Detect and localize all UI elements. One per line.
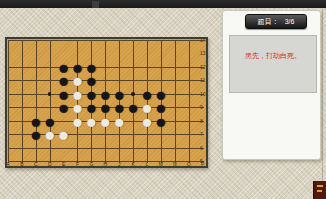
board-point[interactable] [5, 101, 15, 115]
board-point[interactable] [168, 141, 182, 155]
board-point[interactable] [29, 37, 43, 47]
board-point[interactable] [154, 47, 168, 61]
board-point[interactable]: ● [29, 128, 43, 142]
board-point[interactable] [29, 74, 43, 88]
board-point[interactable] [15, 101, 29, 115]
board-point[interactable]: ● [57, 128, 71, 142]
board-point[interactable]: ● [43, 128, 57, 142]
row-label: 11 [200, 78, 207, 83]
board-point[interactable] [98, 128, 112, 142]
board-point[interactable] [182, 87, 196, 101]
board-point[interactable] [182, 128, 196, 142]
top-bar-tab-divider [92, 1, 99, 8]
row-label: 12 [200, 65, 207, 70]
board-point[interactable] [84, 141, 98, 155]
column-label: A [5, 162, 13, 166]
board-point[interactable] [168, 114, 182, 128]
row-label: 10 [200, 92, 207, 97]
row-label: 5 [200, 159, 207, 164]
board-point[interactable]: ● [126, 101, 140, 115]
board-point[interactable] [98, 47, 112, 61]
board-point[interactable] [43, 74, 57, 88]
board-point[interactable] [140, 141, 154, 155]
column-label: O [184, 162, 193, 166]
board-point[interactable] [5, 128, 15, 142]
board-point[interactable]: ● [57, 101, 71, 115]
board-point[interactable] [140, 60, 154, 74]
board-point[interactable] [126, 141, 140, 155]
corner-widget-cropped [313, 181, 326, 199]
board-point[interactable] [126, 60, 140, 74]
board-point[interactable] [43, 87, 57, 101]
row-label: 6 [200, 146, 207, 151]
board-point[interactable]: ● [98, 114, 112, 128]
board-point[interactable] [98, 60, 112, 74]
board-point[interactable] [5, 74, 15, 88]
board-point[interactable] [182, 141, 196, 155]
board-point[interactable] [182, 37, 196, 47]
window-top-bar [0, 0, 326, 8]
board-point[interactable] [15, 74, 29, 88]
column-label: K [129, 162, 138, 166]
board-point[interactable]: ● [84, 114, 98, 128]
board-point[interactable] [57, 141, 71, 155]
column-label: J [115, 162, 124, 166]
board-point[interactable]: ● [154, 114, 168, 128]
board-point[interactable] [140, 128, 154, 142]
board-point[interactable] [126, 74, 140, 88]
board-point[interactable] [98, 37, 112, 47]
corner-widget-mark [317, 185, 323, 187]
board-point[interactable] [154, 37, 168, 47]
board-point[interactable] [112, 128, 126, 142]
board-point[interactable] [5, 37, 15, 47]
board-point[interactable] [29, 47, 43, 61]
puzzle-title-pill: 題目： 3/6 [245, 14, 307, 29]
row-label: 7 [200, 132, 207, 137]
board-point[interactable] [15, 37, 29, 47]
board-point[interactable] [112, 47, 126, 61]
column-label: F [73, 162, 82, 166]
board-point[interactable]: ● [71, 114, 85, 128]
board-point[interactable] [168, 37, 182, 47]
board-point[interactable] [71, 141, 85, 155]
board-point[interactable] [15, 87, 29, 101]
puzzle-progress-counter: 3/6 [285, 18, 295, 25]
board-point[interactable] [43, 60, 57, 74]
column-label: C [31, 162, 40, 166]
puzzle-title-label: 題目： [258, 17, 279, 27]
row-label: 14 [200, 38, 207, 43]
board-point[interactable] [112, 141, 126, 155]
board-point[interactable] [43, 141, 57, 155]
column-label: G [87, 162, 96, 166]
board-point[interactable]: ● [140, 114, 154, 128]
column-label: E [59, 162, 68, 166]
row-label: 9 [200, 105, 207, 110]
board-point[interactable] [5, 87, 15, 101]
row-label: 8 [200, 119, 207, 124]
board-point[interactable] [182, 114, 196, 128]
board-point[interactable] [5, 47, 15, 61]
board-point[interactable] [126, 128, 140, 142]
corner-widget-mark [317, 190, 322, 192]
row-label: 13 [200, 51, 207, 56]
board-point[interactable] [112, 37, 126, 47]
board-point[interactable] [182, 101, 196, 115]
puzzle-panel: 題目： 3/6 黑先，打劫白死。 [222, 10, 321, 160]
board-point[interactable] [29, 141, 43, 155]
board-point[interactable] [182, 60, 196, 74]
instruction-box: 黑先，打劫白死。 [229, 35, 317, 93]
board-point[interactable] [126, 47, 140, 61]
board-point[interactable] [43, 47, 57, 61]
board-point[interactable] [84, 128, 98, 142]
instruction-text: 黑先，打劫白死。 [230, 51, 316, 60]
board-point[interactable] [154, 141, 168, 155]
board-point[interactable] [43, 37, 57, 47]
board-point[interactable] [5, 60, 15, 74]
board-point[interactable] [5, 114, 15, 128]
board-point[interactable] [57, 37, 71, 47]
board-point[interactable] [5, 141, 15, 155]
board-point[interactable] [71, 128, 85, 142]
column-label: L [143, 162, 152, 166]
board-point[interactable] [15, 47, 29, 61]
board-point[interactable] [168, 60, 182, 74]
board-point[interactable]: ● [112, 114, 126, 128]
board-point[interactable] [154, 60, 168, 74]
go-board-inner: ●●●●●●●●●●●●●●●●●●●●●●●●●●●●●●●● ABCDEFG… [7, 39, 206, 166]
board-point[interactable] [126, 37, 140, 47]
column-label: B [17, 162, 26, 166]
board-point[interactable] [168, 101, 182, 115]
board-point[interactable] [15, 60, 29, 74]
board-point[interactable] [29, 87, 43, 101]
board-point[interactable] [126, 114, 140, 128]
board-point[interactable] [15, 141, 29, 155]
board-point[interactable] [140, 37, 154, 47]
board-point[interactable] [29, 60, 43, 74]
board-point[interactable] [15, 128, 29, 142]
go-board[interactable]: ●●●●●●●●●●●●●●●●●●●●●●●●●●●●●●●● ABCDEFG… [5, 37, 208, 168]
board-point[interactable] [168, 87, 182, 101]
board-point[interactable] [168, 47, 182, 61]
column-label: H [101, 162, 110, 166]
board-point[interactable] [84, 37, 98, 47]
board-point[interactable] [182, 74, 196, 88]
board-point[interactable] [71, 37, 85, 47]
column-label: M [156, 162, 165, 166]
board-point[interactable] [168, 128, 182, 142]
board-point[interactable] [140, 47, 154, 61]
board-point[interactable] [154, 128, 168, 142]
board-point[interactable] [98, 141, 112, 155]
board-point[interactable] [182, 47, 196, 61]
board-point[interactable] [168, 74, 182, 88]
column-label: N [170, 162, 179, 166]
board-points-grid[interactable]: ●●●●●●●●●●●●●●●●●●●●●●●●●●●●●●●● [5, 37, 208, 168]
page-column-divider [322, 8, 323, 199]
app-screen: ●●●●●●●●●●●●●●●●●●●●●●●●●●●●●●●● ABCDEFG… [0, 0, 326, 199]
board-point[interactable] [112, 60, 126, 74]
column-label: D [45, 162, 54, 166]
board-point[interactable] [15, 114, 29, 128]
